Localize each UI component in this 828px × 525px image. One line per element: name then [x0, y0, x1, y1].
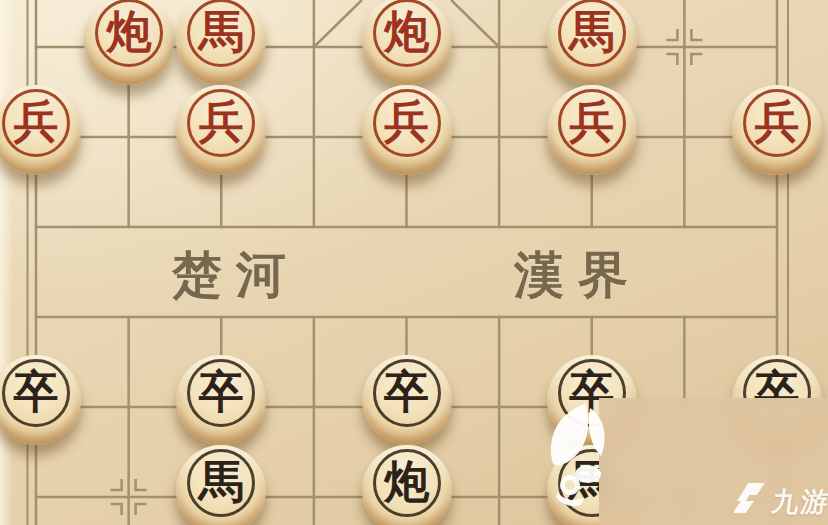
piece-red-soldier[interactable]: 兵: [176, 85, 266, 175]
piece-red-soldier[interactable]: 兵: [732, 85, 822, 175]
piece-character: 馬: [199, 459, 244, 504]
piece-red-cannon[interactable]: 炮: [84, 0, 174, 85]
piece-red-horse[interactable]: 馬: [547, 0, 637, 85]
piece-engraved-ring: 兵: [558, 89, 626, 157]
piece-character: 兵: [755, 99, 800, 144]
piece-character: 炮: [384, 9, 429, 54]
piece-red-soldier[interactable]: 兵: [0, 85, 81, 175]
jiuyou-logo-text: 九游: [769, 484, 828, 520]
jiuyou-gamepad-icon: [734, 481, 768, 523]
piece-black-soldier[interactable]: 卒: [176, 355, 266, 445]
piece-engraved-ring: 馬: [187, 449, 255, 517]
piece-black-horse[interactable]: 馬: [176, 445, 266, 525]
piece-engraved-ring: 兵: [743, 89, 811, 157]
piece-engraved-ring: 卒: [2, 359, 70, 427]
piece-red-soldier[interactable]: 兵: [547, 85, 637, 175]
piece-engraved-ring: 炮: [373, 0, 441, 67]
piece-engraved-ring: 卒: [373, 359, 441, 427]
piece-engraved-ring: 馬: [558, 0, 626, 67]
piece-character: 炮: [384, 459, 429, 504]
piece-engraved-ring: 兵: [373, 89, 441, 157]
piece-engraved-ring: 兵: [187, 89, 255, 157]
piece-character: 兵: [384, 99, 429, 144]
piece-character: 兵: [569, 99, 614, 144]
piece-character: 炮: [106, 9, 151, 54]
piece-character: 馬: [199, 9, 244, 54]
piece-red-cannon[interactable]: 炮: [362, 0, 452, 85]
piece-engraved-ring: 馬: [187, 0, 255, 67]
piece-character: 兵: [199, 99, 244, 144]
piece-black-soldier[interactable]: 卒: [362, 355, 452, 445]
piece-character: 卒: [384, 369, 429, 414]
piece-engraved-ring: 卒: [187, 359, 255, 427]
piece-engraved-ring: 兵: [2, 89, 70, 157]
watermark-wings-icon: [540, 398, 626, 516]
piece-character: 兵: [14, 99, 59, 144]
jiuyou-watermark: 九游: [734, 481, 828, 523]
piece-red-horse[interactable]: 馬: [176, 0, 266, 85]
piece-red-soldier[interactable]: 兵: [362, 85, 452, 175]
piece-engraved-ring: 炮: [373, 449, 441, 517]
piece-engraved-ring: 炮: [95, 0, 163, 67]
piece-character: 卒: [14, 369, 59, 414]
piece-character: 卒: [199, 369, 244, 414]
piece-black-cannon[interactable]: 炮: [362, 445, 452, 525]
xiangqi-game-screen: 楚河 漢界 炮馬炮馬兵兵兵兵兵卒卒卒卒卒馬炮馬 九游: [0, 0, 828, 525]
piece-black-soldier[interactable]: 卒: [0, 355, 81, 445]
piece-character: 馬: [569, 9, 614, 54]
